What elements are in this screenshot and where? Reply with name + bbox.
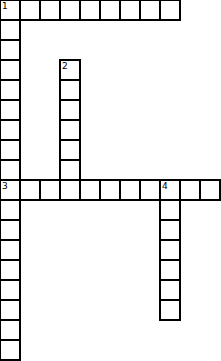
crossword-cell-r13c0[interactable]	[0, 260, 20, 280]
clue-number-1: 1	[2, 1, 8, 11]
crossword-board: 1234	[0, 0, 221, 361]
crossword-cell-r9c10[interactable]	[200, 180, 220, 200]
crossword-cell-r3c3[interactable]: 2	[60, 60, 80, 80]
crossword-cell-r14c0[interactable]	[0, 280, 20, 300]
crossword-cell-r0c1[interactable]	[20, 0, 40, 20]
crossword-cell-r7c3[interactable]	[60, 140, 80, 160]
crossword-cell-r5c0[interactable]	[0, 100, 20, 120]
crossword-cell-r16c0[interactable]	[0, 320, 20, 340]
crossword-cell-r6c3[interactable]	[60, 120, 80, 140]
crossword-cell-r6c0[interactable]	[0, 120, 20, 140]
crossword-cell-r10c8[interactable]	[160, 200, 180, 220]
crossword-cell-r4c0[interactable]	[0, 80, 20, 100]
crossword-cell-r9c8[interactable]: 4	[160, 180, 180, 200]
crossword-cell-r0c4[interactable]	[80, 0, 100, 20]
crossword-cell-r1c0[interactable]	[0, 20, 20, 40]
crossword-cell-r9c2[interactable]	[40, 180, 60, 200]
crossword-cell-r15c8[interactable]	[160, 300, 180, 320]
crossword-cell-r9c9[interactable]	[180, 180, 200, 200]
crossword-cell-r0c7[interactable]	[140, 0, 160, 20]
crossword-cell-r13c8[interactable]	[160, 260, 180, 280]
crossword-cell-r11c0[interactable]	[0, 220, 20, 240]
crossword-cell-r9c4[interactable]	[80, 180, 100, 200]
crossword-cell-r8c3[interactable]	[60, 160, 80, 180]
crossword-cell-r10c0[interactable]	[0, 200, 20, 220]
crossword-cell-r2c0[interactable]	[0, 40, 20, 60]
crossword-cell-r0c8[interactable]	[160, 0, 180, 20]
crossword-cell-r5c3[interactable]	[60, 100, 80, 120]
crossword-cell-r9c0[interactable]: 3	[0, 180, 20, 200]
crossword-cell-r3c0[interactable]	[0, 60, 20, 80]
crossword-cell-r7c0[interactable]	[0, 140, 20, 160]
crossword-cell-r0c0[interactable]: 1	[0, 0, 20, 20]
crossword-cell-r9c3[interactable]	[60, 180, 80, 200]
crossword-cell-r4c3[interactable]	[60, 80, 80, 100]
crossword-cell-r9c7[interactable]	[140, 180, 160, 200]
crossword-cell-r9c5[interactable]	[100, 180, 120, 200]
crossword-cell-r8c0[interactable]	[0, 160, 20, 180]
crossword-cell-r0c2[interactable]	[40, 0, 60, 20]
clue-number-4: 4	[162, 181, 168, 191]
crossword-cell-r11c8[interactable]	[160, 220, 180, 240]
crossword-cell-r0c3[interactable]	[60, 0, 80, 20]
crossword-cell-r14c8[interactable]	[160, 280, 180, 300]
crossword-cell-r12c0[interactable]	[0, 240, 20, 260]
crossword-cell-r17c0[interactable]	[0, 340, 20, 360]
crossword-cell-r0c5[interactable]	[100, 0, 120, 20]
crossword-cell-r9c1[interactable]	[20, 180, 40, 200]
crossword-cell-r9c6[interactable]	[120, 180, 140, 200]
crossword-cell-r15c0[interactable]	[0, 300, 20, 320]
clue-number-2: 2	[62, 61, 68, 71]
clue-number-3: 3	[2, 181, 8, 191]
crossword-cell-r0c6[interactable]	[120, 0, 140, 20]
crossword-cell-r12c8[interactable]	[160, 240, 180, 260]
